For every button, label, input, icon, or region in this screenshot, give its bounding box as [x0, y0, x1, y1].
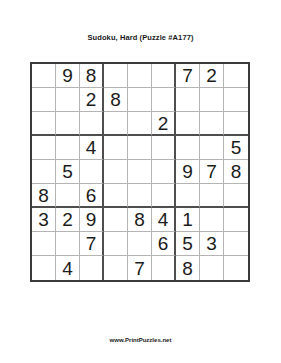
cell-r7c5: 8 [128, 208, 152, 232]
cell-r3c1 [32, 112, 56, 136]
cell-r6c9 [224, 184, 248, 208]
cell-r5c3 [80, 160, 104, 184]
cell-r7c3: 9 [80, 208, 104, 232]
cell-r4c3: 4 [80, 136, 104, 160]
cell-r1c7: 7 [176, 64, 200, 88]
cell-r9c2: 4 [56, 256, 80, 280]
cell-r5c4 [104, 160, 128, 184]
cell-r2c4: 8 [104, 88, 128, 112]
cell-r6c5 [128, 184, 152, 208]
cell-r1c9 [224, 64, 248, 88]
cell-r4c4 [104, 136, 128, 160]
cell-r3c7 [176, 112, 200, 136]
cell-r9c4 [104, 256, 128, 280]
cell-r8c1 [32, 232, 56, 256]
cell-r4c2 [56, 136, 80, 160]
cell-r6c7 [176, 184, 200, 208]
cell-r4c8 [200, 136, 224, 160]
sudoku-board: 9872282455978863298417653478 [30, 62, 250, 282]
site-footer: www.PrintPuzzles.net [0, 337, 281, 343]
cell-r8c5 [128, 232, 152, 256]
cell-r8c8: 3 [200, 232, 224, 256]
cell-r5c6 [152, 160, 176, 184]
cell-r7c9 [224, 208, 248, 232]
cell-r6c2 [56, 184, 80, 208]
cell-r5c2: 5 [56, 160, 80, 184]
cell-r5c5 [128, 160, 152, 184]
cell-r9c8 [200, 256, 224, 280]
cell-r4c6 [152, 136, 176, 160]
cell-r2c6 [152, 88, 176, 112]
cell-r1c2: 9 [56, 64, 80, 88]
cell-r9c1 [32, 256, 56, 280]
cell-r3c9 [224, 112, 248, 136]
cell-r7c8 [200, 208, 224, 232]
cell-r6c3: 6 [80, 184, 104, 208]
cell-r6c8 [200, 184, 224, 208]
cell-r3c8 [200, 112, 224, 136]
cell-r4c7 [176, 136, 200, 160]
cell-r1c6 [152, 64, 176, 88]
cell-r2c9 [224, 88, 248, 112]
cell-r2c2 [56, 88, 80, 112]
page-title: Sudoku, Hard (Puzzle #A177) [0, 33, 281, 42]
cell-r7c2: 2 [56, 208, 80, 232]
cell-r2c3: 2 [80, 88, 104, 112]
cell-r2c1 [32, 88, 56, 112]
cell-r3c4 [104, 112, 128, 136]
cell-r1c3: 8 [80, 64, 104, 88]
cell-r1c5 [128, 64, 152, 88]
cell-r7c1: 3 [32, 208, 56, 232]
cell-r9c5: 7 [128, 256, 152, 280]
cell-r3c6: 2 [152, 112, 176, 136]
cell-r8c6: 6 [152, 232, 176, 256]
cell-r5c1 [32, 160, 56, 184]
cell-r4c5 [128, 136, 152, 160]
cell-r6c6 [152, 184, 176, 208]
cell-r3c5 [128, 112, 152, 136]
cell-r6c4 [104, 184, 128, 208]
cell-r2c8 [200, 88, 224, 112]
cell-r5c8: 7 [200, 160, 224, 184]
cell-r1c8: 2 [200, 64, 224, 88]
cell-r8c4 [104, 232, 128, 256]
cell-r4c1 [32, 136, 56, 160]
cell-r5c7: 9 [176, 160, 200, 184]
cell-r5c9: 8 [224, 160, 248, 184]
cell-r1c4 [104, 64, 128, 88]
cell-r4c9: 5 [224, 136, 248, 160]
cell-r8c7: 5 [176, 232, 200, 256]
cell-r8c2 [56, 232, 80, 256]
cell-r9c7: 8 [176, 256, 200, 280]
cell-r7c7: 1 [176, 208, 200, 232]
cell-r2c5 [128, 88, 152, 112]
cell-r6c1: 8 [32, 184, 56, 208]
cell-r3c3 [80, 112, 104, 136]
cell-r9c3 [80, 256, 104, 280]
cell-r7c6: 4 [152, 208, 176, 232]
cell-r8c9 [224, 232, 248, 256]
cell-r7c4 [104, 208, 128, 232]
cell-r3c2 [56, 112, 80, 136]
cell-r9c9 [224, 256, 248, 280]
cell-r8c3: 7 [80, 232, 104, 256]
cell-r9c6 [152, 256, 176, 280]
cell-r1c1 [32, 64, 56, 88]
cell-r2c7 [176, 88, 200, 112]
